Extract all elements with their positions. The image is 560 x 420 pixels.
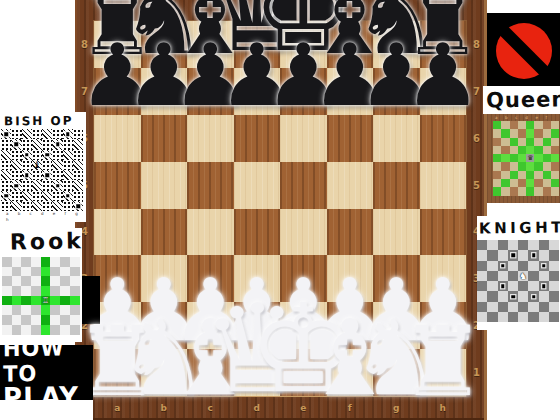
diagram-cell [508,281,518,291]
diagram-cell [21,286,31,296]
knight-label: KNIGHT [477,215,560,240]
diagram-cell [32,170,42,180]
how-to-play-line1: HOW TO [0,335,93,386]
diagram-cell [510,162,518,170]
diagram-cell [508,261,518,271]
move-dot [511,254,515,258]
move-dot [542,264,546,268]
rook-moves-diagram: ♖ [2,257,82,335]
diagram-cell [551,138,559,146]
diagram-cell [50,257,60,267]
diagram-cell [526,121,534,129]
diagram-cell [2,267,12,277]
diagram-cell [487,302,497,312]
diagram-cell [2,315,12,325]
diagram-cell [60,305,70,315]
diagram-cell [526,138,534,146]
diagram-cell [528,312,538,322]
diagram-cell [73,180,83,190]
diagram-cell [518,281,528,291]
diagram-cell [508,271,518,281]
diagram-cell [2,286,12,296]
queen-moves-diagram: ♛ [493,121,560,196]
diagram-cell [70,296,80,306]
diagram-cell [60,257,70,267]
diagram-cell [477,240,487,250]
diagram-cell [11,139,21,149]
diagram-cell [12,276,22,286]
diagram-cell [501,171,509,179]
square-a4[interactable] [94,209,141,256]
diagram-cell [2,305,12,315]
diagram-cell [508,291,518,301]
diagram-cell: ♞ [518,271,528,281]
diagram-cell [543,179,551,187]
diagram-cell [22,170,32,180]
diagram-cell [477,271,487,281]
diagram-cell [42,180,52,190]
diagram-cell [534,187,542,195]
diagram-cell [518,261,528,271]
chess-board[interactable]: 8877665544332211abcdefgh♜♞♝♛♚♝♞♜♟♟♟♟♟♟♟♟… [75,0,487,420]
move-dot [511,295,515,299]
move-dot [542,285,546,289]
diagram-cell [487,271,497,281]
diagram-cell [493,154,501,162]
diagram-cell [12,325,22,335]
diagram-cell [501,129,509,137]
diagram-cell [526,187,534,195]
diagram-cell [2,325,12,335]
diagram-cell [501,121,509,129]
diagram-cell [42,201,52,211]
diagram-cell [549,271,559,281]
diagram-cell [528,291,538,301]
diagram-cell [493,138,501,146]
diagram-cell [70,286,80,296]
diagram-cell [549,261,559,271]
diagram-cell [42,129,52,139]
diagram-cell [501,146,509,154]
diagram-cell [50,315,60,325]
diagram-cell [498,281,508,291]
diagram-cell [21,296,31,306]
diagram-cell [11,160,21,170]
diagram-cell [518,312,528,322]
move-dot [501,285,505,289]
diagram-cell [12,257,22,267]
diagram-cell [1,170,11,180]
diagram-cell: ♖ [41,296,51,306]
diagram-cell [498,302,508,312]
diagram-cell [518,250,528,260]
diagram-cell [31,305,41,315]
diagram-piece-icon: ♞ [519,272,527,281]
diagram-cell [41,257,51,267]
diagram-cell [52,201,62,211]
diagram-cell [539,271,549,281]
square-g5[interactable] [373,162,420,209]
diagram-cell [477,302,487,312]
diagram-cell [498,250,508,260]
diagram-cell [518,162,526,170]
diagram-cell [42,150,52,160]
diagram-cell [539,261,549,271]
diagram-cell [518,146,526,154]
knight-moves-panel: KNIGHT ♞ [477,216,560,330]
diagram-cell [528,250,538,260]
diagram-cell [32,129,42,139]
diagram-cell [498,291,508,301]
diagram-cell [539,291,549,301]
diagram-cell [1,160,11,170]
diagram-cell [551,171,559,179]
diagram-cell [1,129,11,139]
diagram-cell [487,291,497,301]
diagram-cell [32,150,42,160]
diagram-cell [534,146,542,154]
diagram-cell [528,281,538,291]
diagram-cell: ♛ [526,154,534,162]
diagram-cell [12,267,22,277]
diagram-cell [551,129,559,137]
diagram-cell [1,150,11,160]
diagram-cell [11,201,21,211]
diagram-cell [543,129,551,137]
diagram-cell [508,302,518,312]
queen-moves-panel: a b c d e f g h ♛ [487,114,560,203]
square-c4[interactable] [187,209,234,256]
diagram-cell [518,291,528,301]
diagram-cell [2,296,12,306]
diagram-cell [50,267,60,277]
diagram-cell [493,121,501,129]
diagram-cell [539,250,549,260]
diagram-cell [549,302,559,312]
diagram-cell [11,191,21,201]
diagram-cell [32,180,42,190]
diagram-cell [22,129,32,139]
diagram-cell [526,179,534,187]
diagram-cell [50,276,60,286]
diagram-cell [70,267,80,277]
diagram-cell [493,171,501,179]
diagram-cell [543,162,551,170]
diagram-cell [534,138,542,146]
diagram-cell [477,291,487,301]
diagram-cell [60,267,70,277]
diagram-cell [487,312,497,322]
diagram-cell [501,179,509,187]
how-to-play-button[interactable]: HOW TO PLAY [0,345,93,400]
diagram-cell [73,201,83,211]
diagram-cell [487,281,497,291]
diagram-cell [487,250,497,260]
diagram-cell [493,179,501,187]
diagram-cell [543,121,551,129]
move-dot [25,153,29,157]
move-dot [532,254,536,258]
diagram-cell [477,261,487,271]
diagram-cell [31,257,41,267]
square-e4[interactable] [280,209,327,256]
diagram-cell [543,187,551,195]
move-dot [25,174,29,178]
move-dot [46,174,50,178]
diagram-cell [508,240,518,250]
diagram-cell [11,150,21,160]
diagram-cell [551,146,559,154]
square-d5[interactable] [234,162,281,209]
diagram-cell [539,281,549,291]
diagram-cell [551,162,559,170]
diagram-cell [52,139,62,149]
diagram-cell [528,271,538,281]
rook-label: Rook [0,227,82,257]
diagram-cell [73,129,83,139]
diagram-cell [498,312,508,322]
diagram-cell [32,201,42,211]
diagram-cell [543,154,551,162]
diagram-cell [528,261,538,271]
diagram-cell [12,305,22,315]
diagram-cell [60,296,70,306]
diagram-cell [52,160,62,170]
piece-black-pawn-h7[interactable]: ♟ [404,32,481,118]
diagram-cell [526,129,534,137]
square-a5[interactable] [94,162,141,209]
diagram-cell [11,129,21,139]
move-dot [46,153,50,157]
diagram-cell [518,187,526,195]
diagram-cell [518,138,526,146]
diagram-cell [543,138,551,146]
diagram-cell [52,191,62,201]
diagram-cell [50,325,60,335]
diagram-cell [518,129,526,137]
diagram-cell [41,276,51,286]
diagram-cell [41,325,51,335]
square-g4[interactable] [373,209,420,256]
diagram-cell [73,139,83,149]
diagram-cell [1,201,11,211]
diagram-piece-icon: ♝ [33,161,41,170]
diagram-cell [551,121,559,129]
diagram-cell [2,257,12,267]
diagram-cell [493,129,501,137]
diagram-cell [539,302,549,312]
square-d4[interactable] [234,209,281,256]
diagram-cell [539,240,549,250]
diagram-cell [551,179,559,187]
diagram-cell [526,171,534,179]
move-dot [532,295,536,299]
diagram-cell [21,305,31,315]
diagram-cell [487,261,497,271]
diagram-cell [493,146,501,154]
diagram-cell [549,291,559,301]
diagram-cell [50,305,60,315]
diagram-cell [518,302,528,312]
diagram-cell [549,250,559,260]
square-f5[interactable] [327,162,374,209]
diagram-cell [549,281,559,291]
rank-label-right-5: 5 [466,162,487,209]
move-dot [4,132,8,136]
diagram-cell [2,276,12,286]
diagram-cell [73,160,83,170]
diagram-cell [60,276,70,286]
diagram-cell [1,191,11,201]
diagram-cell [42,139,52,149]
diagram-cell [31,315,41,325]
diagram-cell [22,180,32,190]
diagram-cell [551,187,559,195]
diagram-cell [11,170,21,180]
diagram-cell [63,129,73,139]
diagram-cell [31,325,41,335]
bishop-moves-diagram: ♝ [1,129,86,211]
diagram-cell [551,154,559,162]
diagram-cell [41,286,51,296]
diagram-cell [70,305,80,315]
diagram-cell [32,191,42,201]
diagram-cell [534,162,542,170]
knight-moves-diagram: ♞ [477,240,560,322]
diagram-cell [498,240,508,250]
square-c5[interactable] [187,162,234,209]
square-b4[interactable] [141,209,188,256]
diagram-cell [21,257,31,267]
diagram-cell [42,170,52,180]
diagram-cell [70,257,80,267]
no-sign-panel [487,13,560,88]
diagram-cell [12,286,22,296]
diagram-cell [510,138,518,146]
diagram-cell [518,154,526,162]
diagram-cell [1,139,11,149]
diagram-cell [510,187,518,195]
square-b5[interactable] [141,162,188,209]
diagram-cell [31,276,41,286]
diagram-cell [510,121,518,129]
diagram-cell [518,240,528,250]
queen-label-strip: Queen [483,86,560,114]
diagram-cell [60,315,70,325]
square-h4[interactable] [420,209,467,256]
diagram-cell [73,170,83,180]
diagram-cell [41,305,51,315]
move-dot [501,264,505,268]
move-dot [66,132,70,136]
diagram-cell [22,191,32,201]
square-e5[interactable] [280,162,327,209]
diagram-cell [518,179,526,187]
diagram-cell [12,315,22,325]
diagram-piece-icon: ♖ [42,297,49,305]
diagram-cell [41,267,51,277]
diagram-cell [31,267,41,277]
square-f4[interactable] [327,209,374,256]
diagram-cell: ♝ [32,160,42,170]
diagram-cell [63,160,73,170]
diagram-cell [32,139,42,149]
diagram-cell [21,267,31,277]
move-dot [66,194,70,198]
diagram-cell [31,296,41,306]
square-h5[interactable] [420,162,467,209]
bishop-label: BISH OP [0,112,86,130]
move-dot [56,184,60,188]
diagram-cell [508,250,518,260]
diagram-cell [63,170,73,180]
diagram-cell [534,179,542,187]
diagram-cell [63,150,73,160]
diagram-cell [73,191,83,201]
diagram-cell [50,296,60,306]
diagram-cell [477,281,487,291]
diagram-cell [498,261,508,271]
diagram-cell [549,240,559,250]
diagram-cell [70,276,80,286]
diagram-cell [21,315,31,325]
diagram-cell [534,171,542,179]
diagram-cell [526,162,534,170]
diagram-cell [11,180,21,190]
diagram-cell [50,286,60,296]
queen-label: Queen [483,85,560,112]
how-to-play-panel: HOW TO PLAY [0,345,93,420]
move-dot [15,184,19,188]
move-dot [76,204,80,208]
diagram-cell [42,191,52,201]
diagram-cell [539,312,549,322]
move-dot [4,194,8,198]
diagram-cell [501,138,509,146]
diagram-cell [534,129,542,137]
diagram-cell [493,162,501,170]
diagram-cell [501,162,509,170]
diagram-cell [508,312,518,322]
diagram-cell [41,315,51,325]
diagram-cell [22,160,32,170]
move-dot [15,143,19,147]
bishop-moves-panel: BISH OP ♝ a b c d e f g h [0,112,86,222]
diagram-cell [52,150,62,160]
diagram-cell [487,240,497,250]
diagram-cell [510,171,518,179]
diagram-cell [534,121,542,129]
diagram-cell [22,139,32,149]
diagram-cell [477,312,487,322]
diagram-cell [501,154,509,162]
diagram-cell [60,286,70,296]
queen-diagram-coords: a b c d e f g h [487,114,560,121]
diagram-cell [493,187,501,195]
diagram-cell [477,250,487,260]
diagram-cell [63,201,73,211]
diagram-cell [12,296,22,306]
bishop-diagram-coords: a b c d e f g h [0,211,86,223]
diagram-cell [543,171,551,179]
piece-white-rook-h1[interactable]: ♜ [400,314,486,410]
diagram-cell [543,146,551,154]
diagram-cell [42,160,52,170]
diagram-cell [22,201,32,211]
diagram-cell [528,240,538,250]
diagram-cell [21,325,31,335]
diagram-piece-icon: ♛ [527,155,533,162]
